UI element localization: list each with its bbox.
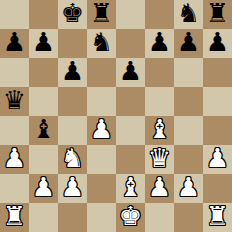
square-a2[interactable]	[0, 174, 29, 203]
square-a4[interactable]	[0, 116, 29, 145]
black-knight-icon[interactable]: ♞	[177, 0, 200, 28]
black-queen-icon[interactable]: ♛	[3, 86, 26, 115]
square-h4[interactable]	[203, 116, 232, 145]
square-c8[interactable]: ♚	[58, 0, 87, 29]
square-a3[interactable]: ♟	[0, 145, 29, 174]
square-e2[interactable]: ♝	[116, 174, 145, 203]
black-pawn-icon[interactable]: ♟	[61, 57, 84, 86]
square-a5[interactable]: ♛	[0, 87, 29, 116]
square-h5[interactable]	[203, 87, 232, 116]
square-e1[interactable]: ♚	[116, 203, 145, 232]
white-pawn-icon[interactable]: ♟	[206, 144, 229, 173]
square-h3[interactable]: ♟	[203, 145, 232, 174]
square-d4[interactable]: ♟	[87, 116, 116, 145]
square-c3[interactable]: ♞	[58, 145, 87, 174]
square-d5[interactable]	[87, 87, 116, 116]
square-d8[interactable]: ♜	[87, 0, 116, 29]
square-c2[interactable]: ♟	[58, 174, 87, 203]
white-pawn-icon[interactable]: ♟	[148, 173, 171, 202]
square-a7[interactable]: ♟	[0, 29, 29, 58]
square-c7[interactable]	[58, 29, 87, 58]
square-h1[interactable]: ♜	[203, 203, 232, 232]
square-e7[interactable]	[116, 29, 145, 58]
black-pawn-icon[interactable]: ♟	[32, 28, 55, 57]
square-b7[interactable]: ♟	[29, 29, 58, 58]
black-pawn-icon[interactable]: ♟	[177, 28, 200, 57]
black-king-icon[interactable]: ♚	[61, 0, 84, 28]
square-b8[interactable]	[29, 0, 58, 29]
black-pawn-icon[interactable]: ♟	[206, 28, 229, 57]
white-rook-icon[interactable]: ♜	[206, 202, 229, 231]
square-c6[interactable]: ♟	[58, 58, 87, 87]
square-a1[interactable]: ♜	[0, 203, 29, 232]
square-f6[interactable]	[145, 58, 174, 87]
square-g5[interactable]	[174, 87, 203, 116]
square-d3[interactable]	[87, 145, 116, 174]
square-f3[interactable]: ♛	[145, 145, 174, 174]
square-b4[interactable]: ♝	[29, 116, 58, 145]
square-g3[interactable]	[174, 145, 203, 174]
white-king-icon[interactable]: ♚	[119, 202, 142, 231]
white-queen-icon[interactable]: ♛	[148, 144, 171, 173]
square-g4[interactable]	[174, 116, 203, 145]
white-pawn-icon[interactable]: ♟	[32, 173, 55, 202]
square-g8[interactable]: ♞	[174, 0, 203, 29]
white-bishop-icon[interactable]: ♝	[148, 115, 171, 144]
square-c1[interactable]	[58, 203, 87, 232]
square-b3[interactable]	[29, 145, 58, 174]
white-pawn-icon[interactable]: ♟	[90, 115, 113, 144]
square-h6[interactable]	[203, 58, 232, 87]
square-a6[interactable]	[0, 58, 29, 87]
square-d1[interactable]	[87, 203, 116, 232]
square-g1[interactable]	[174, 203, 203, 232]
square-d2[interactable]	[87, 174, 116, 203]
square-h8[interactable]: ♜	[203, 0, 232, 29]
square-g6[interactable]	[174, 58, 203, 87]
white-bishop-icon[interactable]: ♝	[119, 173, 142, 202]
square-b1[interactable]	[29, 203, 58, 232]
white-pawn-icon[interactable]: ♟	[177, 173, 200, 202]
square-g2[interactable]: ♟	[174, 174, 203, 203]
black-pawn-icon[interactable]: ♟	[148, 28, 171, 57]
square-c5[interactable]	[58, 87, 87, 116]
square-d6[interactable]	[87, 58, 116, 87]
white-knight-icon[interactable]: ♞	[61, 144, 84, 173]
square-f7[interactable]: ♟	[145, 29, 174, 58]
white-pawn-icon[interactable]: ♟	[61, 173, 84, 202]
square-f2[interactable]: ♟	[145, 174, 174, 203]
square-e8[interactable]	[116, 0, 145, 29]
square-e3[interactable]	[116, 145, 145, 174]
black-pawn-icon[interactable]: ♟	[3, 28, 26, 57]
square-e6[interactable]: ♟	[116, 58, 145, 87]
square-b5[interactable]	[29, 87, 58, 116]
black-knight-icon[interactable]: ♞	[90, 28, 113, 57]
white-pawn-icon[interactable]: ♟	[3, 144, 26, 173]
square-h2[interactable]	[203, 174, 232, 203]
square-h7[interactable]: ♟	[203, 29, 232, 58]
square-f5[interactable]	[145, 87, 174, 116]
square-c4[interactable]	[58, 116, 87, 145]
square-e4[interactable]	[116, 116, 145, 145]
square-e5[interactable]	[116, 87, 145, 116]
black-bishop-icon[interactable]: ♝	[32, 115, 55, 144]
square-f4[interactable]: ♝	[145, 116, 174, 145]
square-f1[interactable]	[145, 203, 174, 232]
square-a8[interactable]	[0, 0, 29, 29]
square-g7[interactable]: ♟	[174, 29, 203, 58]
black-rook-icon[interactable]: ♜	[206, 0, 229, 28]
square-b2[interactable]: ♟	[29, 174, 58, 203]
black-rook-icon[interactable]: ♜	[90, 0, 113, 28]
square-f8[interactable]	[145, 0, 174, 29]
square-d7[interactable]: ♞	[87, 29, 116, 58]
chess-board: ♚♜♞♜♟♟♞♟♟♟♟♟♛♝♟♝♟♞♛♟♟♟♝♟♟♜♚♜	[0, 0, 232, 232]
black-pawn-icon[interactable]: ♟	[119, 57, 142, 86]
white-rook-icon[interactable]: ♜	[3, 202, 26, 231]
square-b6[interactable]	[29, 58, 58, 87]
